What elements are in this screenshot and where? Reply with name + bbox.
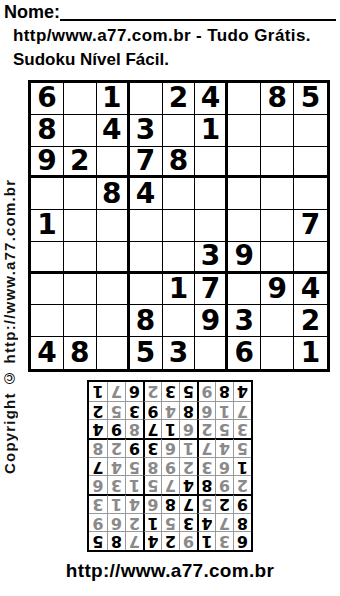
puzzle-cell-r7c4[interactable] [130,274,163,306]
puzzle-cell-r8c8[interactable] [261,305,294,337]
solution-cell-r4c6: 5 [143,475,161,494]
solution-cell-r6c7: 9 [125,438,143,457]
solution-cell-r4c5: 7 [161,475,179,494]
solution-cell-r5c5: 9 [161,457,179,476]
puzzle-cell-r5c5[interactable] [163,210,196,242]
solution-cell-r6c4: 1 [179,438,197,457]
solution-cell-r1c2: 3 [215,531,233,550]
solution-cell-r5c2: 6 [215,457,233,476]
solution-cell-r6c6: 3 [143,438,161,457]
puzzle-cell-r4c2[interactable] [64,178,97,210]
puzzle-cell-r9c9: 1 [294,337,327,369]
puzzle-cell-r5c2[interactable] [64,210,97,242]
puzzle-cell-r9c3[interactable] [97,337,130,369]
puzzle-cell-r9c7: 6 [228,337,261,369]
solution-cell-r3c4: 7 [179,494,197,513]
puzzle-cell-r1c4[interactable] [130,83,163,115]
solution-cell-r9c5: 3 [161,382,179,401]
solution-cell-r8c9: 2 [89,401,107,420]
puzzle-cell-r8c2[interactable] [64,305,97,337]
solution-grid-rotated: 6319247858743512699257864132984751361632… [87,380,253,552]
puzzle-cell-r3c1: 9 [31,147,64,179]
solution-cell-r3c7: 4 [125,494,143,513]
solution-cell-r4c1: 2 [233,475,251,494]
puzzle-cell-r3c6[interactable] [195,147,228,179]
solution-cell-r7c2: 5 [215,419,233,438]
puzzle-cell-r2c7[interactable] [228,115,261,147]
solution-cell-r1c8: 8 [107,531,125,550]
solution-cell-r9c2: 8 [215,382,233,401]
solution-cell-r9c9: 1 [89,382,107,401]
solution-cell-r2c5: 5 [161,513,179,532]
solution-cell-r8c4: 8 [179,401,197,420]
puzzle-cell-r5c3[interactable] [97,210,130,242]
solution-cell-r5c1: 1 [233,457,251,476]
solution-cell-r2c4: 3 [179,513,197,532]
puzzle-cell-r9c5: 3 [163,337,196,369]
puzzle-cell-r6c3[interactable] [97,242,130,274]
puzzle-cell-r6c4[interactable] [130,242,163,274]
puzzle-cell-r9c6[interactable] [195,337,228,369]
solution-cell-r6c5: 6 [161,438,179,457]
solution-cell-r5c8: 4 [107,457,125,476]
puzzle-cell-r8c3[interactable] [97,305,130,337]
solution-cell-r7c7: 8 [125,419,143,438]
solution-cell-r4c7: 1 [125,475,143,494]
solution-cell-r1c7: 7 [125,531,143,550]
puzzle-cell-r1c2[interactable] [64,83,97,115]
solution-cell-r3c2: 2 [215,494,233,513]
solution-cell-r8c3: 6 [197,401,215,420]
puzzle-cell-r1c8: 8 [261,83,294,115]
site-tagline: http/www.a77.com.br - Tudo Grátis. [13,26,311,46]
puzzle-cell-r1c5: 2 [163,83,196,115]
puzzle-cell-r1c3: 1 [97,83,130,115]
puzzle-cell-r6c7: 9 [228,242,261,274]
puzzle-cell-r2c5[interactable] [163,115,196,147]
puzzle-cell-r3c4: 7 [130,147,163,179]
solution-cell-r8c1: 7 [233,401,251,420]
puzzle-cell-r2c9[interactable] [294,115,327,147]
puzzle-cell-r2c8[interactable] [261,115,294,147]
solution-cell-r9c3: 9 [197,382,215,401]
puzzle-cell-r7c5: 1 [163,274,196,306]
puzzle-cell-r5c9: 7 [294,210,327,242]
puzzle-cell-r7c3[interactable] [97,274,130,306]
solution-cell-r9c1: 4 [233,382,251,401]
puzzle-cell-r4c5[interactable] [163,178,196,210]
solution-cell-r1c3: 1 [197,531,215,550]
puzzle-cell-r5c6[interactable] [195,210,228,242]
puzzle-cell-r8c6: 9 [195,305,228,337]
solution-cell-r4c8: 3 [107,475,125,494]
puzzle-cell-r1c1: 6 [31,83,64,115]
puzzle-cell-r4c3: 8 [97,178,130,210]
solution-cell-r7c5: 1 [161,419,179,438]
puzzle-cell-r8c4: 8 [130,305,163,337]
solution-cell-r5c9: 7 [89,457,107,476]
solution-cell-r2c8: 6 [107,513,125,532]
puzzle-cell-r8c1[interactable] [31,305,64,337]
puzzle-cell-r1c7[interactable] [228,83,261,115]
solution-cell-r6c3: 7 [197,438,215,457]
puzzle-cell-r7c2[interactable] [64,274,97,306]
solution-cell-r9c7: 6 [125,382,143,401]
puzzle-cell-r4c6[interactable] [195,178,228,210]
puzzle-cell-r5c1: 1 [31,210,64,242]
solution-cell-r1c1: 6 [233,531,251,550]
solution-cell-r5c3: 3 [197,457,215,476]
copyright-vertical-text: Copyright © http://www.a77.com.br [1,88,21,474]
solution-cell-r4c3: 8 [197,475,215,494]
puzzle-cell-r9c2: 8 [64,337,97,369]
solution-cell-r3c9: 3 [89,494,107,513]
puzzle-cell-r7c9: 4 [294,274,327,306]
puzzle-cell-r3c5: 8 [163,147,196,179]
puzzle-cell-r2c4: 3 [130,115,163,147]
puzzle-cell-r5c7[interactable] [228,210,261,242]
puzzle-cell-r2c6: 1 [195,115,228,147]
puzzle-cell-r7c6: 7 [195,274,228,306]
solution-cell-r2c2: 7 [215,513,233,532]
sudoku-print-page: Nome: http/www.a77.com.br - Tudo Grátis.… [0,0,340,596]
solution-cell-r4c9: 6 [89,475,107,494]
puzzle-cell-r4c7[interactable] [228,178,261,210]
solution-cell-r2c6: 1 [143,513,161,532]
puzzle-cell-r3c7[interactable] [228,147,261,179]
name-input-line[interactable] [60,19,336,21]
puzzle-cell-r2c3: 4 [97,115,130,147]
puzzle-cell-r6c5[interactable] [163,242,196,274]
solution-cell-r7c4: 6 [179,419,197,438]
puzzle-cell-r7c1[interactable] [31,274,64,306]
puzzle-cell-r9c8[interactable] [261,337,294,369]
solution-cell-r9c8: 7 [107,382,125,401]
puzzle-cell-r4c1[interactable] [31,178,64,210]
puzzle-cell-r2c2[interactable] [64,115,97,147]
puzzle-cell-r6c8[interactable] [261,242,294,274]
solution-cell-r3c5: 8 [161,494,179,513]
solution-cell-r6c9: 8 [89,438,107,457]
solution-cell-r5c6: 8 [143,457,161,476]
puzzle-cell-r4c4: 4 [130,178,163,210]
solution-cell-r7c1: 3 [233,419,251,438]
solution-cell-r2c1: 8 [233,513,251,532]
solution-cell-r3c3: 5 [197,494,215,513]
puzzle-cell-r7c8: 9 [261,274,294,306]
puzzle-cell-r9c1: 4 [31,337,64,369]
solution-cell-r1c5: 2 [161,531,179,550]
solution-cell-r1c4: 9 [179,531,197,550]
solution-cell-r1c9: 5 [89,531,107,550]
solution-cell-r4c2: 9 [215,475,233,494]
name-label: Nome: [4,2,60,23]
solution-cell-r6c1: 5 [233,438,251,457]
puzzle-cell-r1c6: 4 [195,83,228,115]
solution-cell-r6c8: 2 [107,438,125,457]
puzzle-cell-r4c8[interactable] [261,178,294,210]
solution-cell-r7c9: 4 [89,419,107,438]
puzzle-cell-r3c2: 2 [64,147,97,179]
solution-cell-r9c6: 2 [143,382,161,401]
difficulty-title: Sudoku Nível Fácil. [13,50,169,70]
solution-cell-r5c4: 2 [179,457,197,476]
puzzle-cell-r6c1[interactable] [31,242,64,274]
solution-cell-r3c6: 6 [143,494,161,513]
puzzle-cell-r8c9: 2 [294,305,327,337]
puzzle-grid: 6124858431927884173917948932485361 [28,80,330,372]
solution-cell-r7c3: 2 [197,419,215,438]
puzzle-cell-r6c9[interactable] [294,242,327,274]
footer-url: http://www.a77.com.br [0,560,340,582]
puzzle-cell-r5c4[interactable] [130,210,163,242]
solution-cell-r2c7: 2 [125,513,143,532]
solution-cell-r2c9: 9 [89,513,107,532]
solution-cell-r1c6: 4 [143,531,161,550]
puzzle-cell-r8c7: 3 [228,305,261,337]
solution-cell-r2c3: 4 [197,513,215,532]
puzzle-cell-r3c9[interactable] [294,147,327,179]
solution-cell-r9c4: 5 [179,382,197,401]
puzzle-cell-r7c7[interactable] [228,274,261,306]
solution-cell-r3c1: 9 [233,494,251,513]
solution-cell-r3c8: 1 [107,494,125,513]
puzzle-cell-r6c2[interactable] [64,242,97,274]
puzzle-cell-r5c8[interactable] [261,210,294,242]
puzzle-cell-r2c1: 8 [31,115,64,147]
solution-cell-r6c2: 4 [215,438,233,457]
puzzle-cell-r9c4: 5 [130,337,163,369]
puzzle-cell-r3c8[interactable] [261,147,294,179]
puzzle-cell-r4c9[interactable] [294,178,327,210]
solution-cell-r8c2: 1 [215,401,233,420]
puzzle-cell-r8c5[interactable] [163,305,196,337]
puzzle-cell-r3c3[interactable] [97,147,130,179]
solution-cell-r8c6: 9 [143,401,161,420]
solution-cell-r5c7: 5 [125,457,143,476]
solution-cell-r7c8: 9 [107,419,125,438]
solution-cell-r7c6: 7 [143,419,161,438]
solution-cell-r8c5: 4 [161,401,179,420]
puzzle-cell-r6c6: 3 [195,242,228,274]
solution-cell-r8c8: 5 [107,401,125,420]
solution-cell-r4c4: 4 [179,475,197,494]
solution-cell-r8c7: 3 [125,401,143,420]
puzzle-cell-r1c9: 5 [294,83,327,115]
